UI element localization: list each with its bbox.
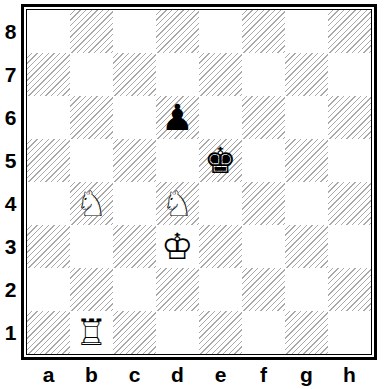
file-label-a: a	[27, 360, 70, 388]
square-c4[interactable]	[113, 182, 156, 225]
square-c6[interactable]	[113, 96, 156, 139]
square-h6[interactable]	[328, 96, 371, 139]
white-knight-glyph: ♘	[161, 183, 193, 224]
square-g2[interactable]	[285, 268, 328, 311]
board-row: 87654321 ♟♚♞♘♞♘♚♔♜♖	[0, 4, 385, 360]
square-d3[interactable]: ♚♔	[156, 225, 199, 268]
square-f5[interactable]	[242, 139, 285, 182]
square-d1[interactable]	[156, 311, 199, 354]
square-b8[interactable]	[70, 10, 113, 53]
file-label-e: e	[199, 360, 242, 388]
white-king-glyph: ♔	[161, 226, 193, 267]
file-label-b: b	[70, 360, 113, 388]
square-c3[interactable]	[113, 225, 156, 268]
square-d8[interactable]	[156, 10, 199, 53]
square-c5[interactable]	[113, 139, 156, 182]
square-b4[interactable]: ♞♘	[70, 182, 113, 225]
white-king: ♚♔	[156, 225, 199, 268]
rank-label-4: 4	[0, 182, 21, 225]
board-frame: ♟♚♞♘♞♘♚♔♜♖	[21, 4, 377, 360]
square-a4[interactable]	[27, 182, 70, 225]
square-a6[interactable]	[27, 96, 70, 139]
rank-label-5: 5	[0, 139, 21, 182]
square-c8[interactable]	[113, 10, 156, 53]
square-d4[interactable]: ♞♘	[156, 182, 199, 225]
rank-label-7: 7	[0, 53, 21, 96]
square-a3[interactable]	[27, 225, 70, 268]
square-h7[interactable]	[328, 53, 371, 96]
square-f7[interactable]	[242, 53, 285, 96]
black-pawn-glyph: ♟	[161, 97, 193, 138]
square-a1[interactable]	[27, 311, 70, 354]
square-a8[interactable]	[27, 10, 70, 53]
square-d7[interactable]	[156, 53, 199, 96]
black-king: ♚	[199, 139, 242, 182]
square-g1[interactable]	[285, 311, 328, 354]
square-e7[interactable]	[199, 53, 242, 96]
square-g6[interactable]	[285, 96, 328, 139]
rank-label-2: 2	[0, 268, 21, 311]
square-b7[interactable]	[70, 53, 113, 96]
square-e4[interactable]	[199, 182, 242, 225]
square-b1[interactable]: ♜♖	[70, 311, 113, 354]
square-h3[interactable]	[328, 225, 371, 268]
chess-diagram: 87654321 ♟♚♞♘♞♘♚♔♜♖ abcdefgh	[0, 0, 385, 389]
square-h4[interactable]	[328, 182, 371, 225]
square-g7[interactable]	[285, 53, 328, 96]
square-f8[interactable]	[242, 10, 285, 53]
square-b3[interactable]	[70, 225, 113, 268]
square-g4[interactable]	[285, 182, 328, 225]
file-label-h: h	[328, 360, 371, 388]
square-e2[interactable]	[199, 268, 242, 311]
black-pawn: ♟	[156, 96, 199, 139]
file-label-d: d	[156, 360, 199, 388]
square-a7[interactable]	[27, 53, 70, 96]
square-b5[interactable]	[70, 139, 113, 182]
square-e6[interactable]	[199, 96, 242, 139]
square-c2[interactable]	[113, 268, 156, 311]
square-h8[interactable]	[328, 10, 371, 53]
square-c7[interactable]	[113, 53, 156, 96]
square-e3[interactable]	[199, 225, 242, 268]
square-f2[interactable]	[242, 268, 285, 311]
white-rook-glyph: ♖	[75, 312, 107, 353]
white-knight-glyph: ♘	[75, 183, 107, 224]
white-rook: ♜♖	[70, 311, 113, 354]
rank-label-6: 6	[0, 96, 21, 139]
square-c1[interactable]	[113, 311, 156, 354]
square-e8[interactable]	[199, 10, 242, 53]
file-label-f: f	[242, 360, 285, 388]
file-labels: abcdefgh	[27, 360, 385, 388]
rank-label-8: 8	[0, 10, 21, 53]
square-h1[interactable]	[328, 311, 371, 354]
square-g8[interactable]	[285, 10, 328, 53]
square-h5[interactable]	[328, 139, 371, 182]
square-d6[interactable]: ♟	[156, 96, 199, 139]
file-label-c: c	[113, 360, 156, 388]
rank-label-1: 1	[0, 311, 21, 354]
square-d5[interactable]	[156, 139, 199, 182]
white-knight: ♞♘	[156, 182, 199, 225]
rank-labels: 87654321	[0, 4, 21, 354]
square-f4[interactable]	[242, 182, 285, 225]
square-b2[interactable]	[70, 268, 113, 311]
square-d2[interactable]	[156, 268, 199, 311]
square-h2[interactable]	[328, 268, 371, 311]
square-a2[interactable]	[27, 268, 70, 311]
file-label-g: g	[285, 360, 328, 388]
square-g5[interactable]	[285, 139, 328, 182]
square-f3[interactable]	[242, 225, 285, 268]
board: ♟♚♞♘♞♘♚♔♜♖	[26, 9, 372, 355]
rank-label-3: 3	[0, 225, 21, 268]
square-f1[interactable]	[242, 311, 285, 354]
square-f6[interactable]	[242, 96, 285, 139]
square-a5[interactable]	[27, 139, 70, 182]
square-g3[interactable]	[285, 225, 328, 268]
white-knight: ♞♘	[70, 182, 113, 225]
square-e5[interactable]: ♚	[199, 139, 242, 182]
square-e1[interactable]	[199, 311, 242, 354]
black-king-glyph: ♚	[204, 140, 236, 181]
square-b6[interactable]	[70, 96, 113, 139]
